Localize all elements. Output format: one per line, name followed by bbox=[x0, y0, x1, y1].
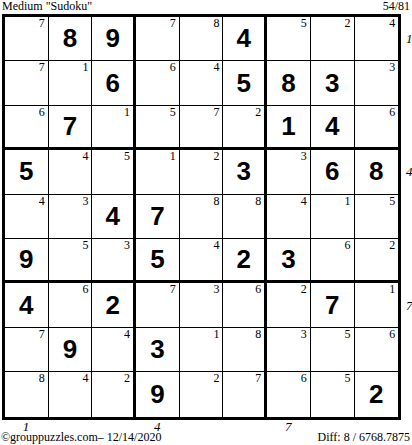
cell-r1c7[interactable]: 5 bbox=[267, 17, 311, 61]
pencil-mark: 5 bbox=[82, 239, 88, 252]
pencil-mark: 4 bbox=[213, 61, 219, 74]
pencil-mark: 7 bbox=[39, 17, 45, 30]
big-digit: 3 bbox=[267, 239, 310, 280]
row-label-7: 7 bbox=[406, 298, 412, 314]
cell-r1c6[interactable]: 4 bbox=[223, 17, 267, 61]
cell-r3c6[interactable]: 2 bbox=[223, 106, 267, 150]
cell-r2c7[interactable]: 8 bbox=[267, 61, 311, 105]
pencil-mark: 1 bbox=[170, 150, 176, 163]
cell-r5c7[interactable]: 4 bbox=[267, 195, 311, 239]
cell-r5c9[interactable]: 5 bbox=[355, 195, 399, 239]
cell-r9c4[interactable]: 9 bbox=[136, 372, 180, 416]
cell-r7c8[interactable]: 7 bbox=[311, 283, 355, 327]
sudoku-page: Medium "Sudoku" 54/81 789784524716645833… bbox=[0, 0, 412, 445]
big-digit: 9 bbox=[136, 372, 179, 416]
cell-r6c1[interactable]: 9 bbox=[5, 239, 49, 283]
pencil-mark: 4 bbox=[301, 195, 307, 208]
cell-r4c6[interactable]: 3 bbox=[223, 150, 267, 194]
cell-r6c4[interactable]: 5 bbox=[136, 239, 180, 283]
cell-r9c2[interactable]: 4 bbox=[49, 372, 93, 416]
cell-r5c1[interactable]: 4 bbox=[5, 195, 49, 239]
pencil-mark: 3 bbox=[389, 61, 395, 74]
cell-r7c6[interactable]: 6 bbox=[223, 283, 267, 327]
pencil-mark: 6 bbox=[389, 106, 395, 119]
cell-r2c4[interactable]: 6 bbox=[136, 61, 180, 105]
pencil-mark: 8 bbox=[213, 17, 219, 30]
cell-r2c6[interactable]: 5 bbox=[223, 61, 267, 105]
cell-r2c3[interactable]: 6 bbox=[92, 61, 136, 105]
pencil-mark: 2 bbox=[124, 372, 130, 385]
cell-r9c7[interactable]: 6 bbox=[267, 372, 311, 416]
copyright-text: ©grouppuzzles.com– 12/14/2020 bbox=[1, 430, 161, 445]
pencil-mark: 8 bbox=[255, 328, 261, 341]
cell-r7c2[interactable]: 6 bbox=[49, 283, 93, 327]
big-digit: 6 bbox=[92, 61, 133, 104]
big-digit: 7 bbox=[49, 106, 92, 147]
big-digit: 3 bbox=[311, 61, 354, 104]
cell-r4c4[interactable]: 1 bbox=[136, 150, 180, 194]
pencil-mark: 4 bbox=[124, 328, 130, 341]
pencil-mark: 7 bbox=[170, 283, 176, 296]
pencil-mark: 6 bbox=[170, 61, 176, 74]
cell-r4c9[interactable]: 8 bbox=[355, 150, 399, 194]
pencil-mark: 1 bbox=[345, 195, 351, 208]
pencil-mark: 5 bbox=[301, 17, 307, 30]
pencil-mark: 2 bbox=[345, 17, 351, 30]
sudoku-board: 7897845247166458336715721465451233684347… bbox=[2, 14, 401, 420]
cell-r8c7[interactable]: 3 bbox=[267, 328, 311, 372]
puzzle-title: Medium "Sudoku" bbox=[2, 0, 92, 14]
pencil-mark: 3 bbox=[301, 150, 307, 163]
cell-r3c2[interactable]: 7 bbox=[49, 106, 93, 150]
pencil-mark: 4 bbox=[82, 150, 88, 163]
cell-r6c6[interactable]: 2 bbox=[223, 239, 267, 283]
pencil-mark: 5 bbox=[345, 328, 351, 341]
big-digit: 2 bbox=[355, 372, 399, 416]
big-digit: 2 bbox=[223, 239, 264, 280]
cell-r1c8[interactable]: 2 bbox=[311, 17, 355, 61]
big-digit: 9 bbox=[49, 328, 92, 371]
pencil-mark: 7 bbox=[170, 17, 176, 30]
cell-r5c4[interactable]: 7 bbox=[136, 195, 180, 239]
cell-r6c3[interactable]: 3 bbox=[92, 239, 136, 283]
big-digit: 3 bbox=[223, 150, 264, 193]
cell-r8c4[interactable]: 3 bbox=[136, 328, 180, 372]
big-digit: 4 bbox=[311, 106, 354, 147]
cell-r8c6[interactable]: 8 bbox=[223, 328, 267, 372]
pencil-mark: 6 bbox=[255, 283, 261, 296]
cell-r9c6[interactable]: 7 bbox=[223, 372, 267, 416]
big-digit: 9 bbox=[92, 17, 133, 60]
pencil-mark: 3 bbox=[213, 283, 219, 296]
pencil-mark: 2 bbox=[389, 239, 395, 252]
cell-r7c7[interactable]: 2 bbox=[267, 283, 311, 327]
pencil-mark: 8 bbox=[213, 195, 219, 208]
cell-r8c1[interactable]: 7 bbox=[5, 328, 49, 372]
cell-r5c6[interactable]: 8 bbox=[223, 195, 267, 239]
cell-r3c1[interactable]: 6 bbox=[5, 106, 49, 150]
pencil-mark: 1 bbox=[213, 328, 219, 341]
pencil-mark: 5 bbox=[170, 106, 176, 119]
cell-r8c9[interactable]: 6 bbox=[355, 328, 399, 372]
big-digit: 4 bbox=[5, 283, 48, 326]
pencil-mark: 1 bbox=[82, 61, 88, 74]
pencil-mark: 2 bbox=[301, 283, 307, 296]
pencil-mark: 6 bbox=[82, 283, 88, 296]
pencil-mark: 1 bbox=[124, 106, 130, 119]
cell-r3c8[interactable]: 4 bbox=[311, 106, 355, 150]
big-digit: 8 bbox=[355, 150, 399, 193]
cell-r4c3[interactable]: 5 bbox=[92, 150, 136, 194]
cell-r8c2[interactable]: 9 bbox=[49, 328, 93, 372]
cell-r8c8[interactable]: 5 bbox=[311, 328, 355, 372]
big-digit: 3 bbox=[136, 328, 179, 371]
cell-r9c9[interactable]: 2 bbox=[355, 372, 399, 416]
cell-r5c8[interactable]: 1 bbox=[311, 195, 355, 239]
big-digit: 7 bbox=[136, 195, 179, 238]
cell-r2c2[interactable]: 1 bbox=[49, 61, 93, 105]
cell-r5c5[interactable]: 8 bbox=[180, 195, 224, 239]
pencil-mark: 7 bbox=[213, 106, 219, 119]
cell-r1c4[interactable]: 7 bbox=[136, 17, 180, 61]
pencil-mark: 3 bbox=[301, 328, 307, 341]
cell-r9c8[interactable]: 5 bbox=[311, 372, 355, 416]
big-digit: 8 bbox=[49, 17, 92, 60]
cell-r4c8[interactable]: 6 bbox=[311, 150, 355, 194]
pencil-mark: 7 bbox=[39, 61, 45, 74]
pencil-mark: 4 bbox=[213, 239, 219, 252]
cell-r1c2[interactable]: 8 bbox=[49, 17, 93, 61]
cell-r4c7[interactable]: 3 bbox=[267, 150, 311, 194]
pencil-mark: 2 bbox=[213, 150, 219, 163]
cell-r2c1[interactable]: 7 bbox=[5, 61, 49, 105]
big-digit: 9 bbox=[5, 239, 48, 280]
big-digit: 5 bbox=[136, 239, 179, 280]
cell-r7c5[interactable]: 3 bbox=[180, 283, 224, 327]
cell-r3c9[interactable]: 6 bbox=[355, 106, 399, 150]
cell-r6c8[interactable]: 6 bbox=[311, 239, 355, 283]
big-digit: 4 bbox=[92, 195, 133, 238]
pencil-mark: 8 bbox=[39, 372, 45, 385]
pencil-mark: 3 bbox=[124, 239, 130, 252]
cell-r7c3[interactable]: 2 bbox=[92, 283, 136, 327]
cell-r4c5[interactable]: 2 bbox=[180, 150, 224, 194]
cell-r6c9[interactable]: 2 bbox=[355, 239, 399, 283]
cell-r3c3[interactable]: 1 bbox=[92, 106, 136, 150]
cell-r2c9[interactable]: 3 bbox=[355, 61, 399, 105]
cell-r3c7[interactable]: 1 bbox=[267, 106, 311, 150]
pencil-mark: 5 bbox=[124, 150, 130, 163]
cell-r3c4[interactable]: 5 bbox=[136, 106, 180, 150]
cell-r2c5[interactable]: 4 bbox=[180, 61, 224, 105]
row-label-1: 1 bbox=[406, 31, 412, 47]
cell-r9c3[interactable]: 2 bbox=[92, 372, 136, 416]
pencil-mark: 2 bbox=[255, 106, 261, 119]
cell-r7c4[interactable]: 7 bbox=[136, 283, 180, 327]
cell-r5c2[interactable]: 3 bbox=[49, 195, 93, 239]
cell-r9c1[interactable]: 8 bbox=[5, 372, 49, 416]
big-digit: 2 bbox=[92, 283, 133, 326]
cell-r1c5[interactable]: 8 bbox=[180, 17, 224, 61]
pencil-mark: 5 bbox=[345, 372, 351, 385]
cell-r6c7[interactable]: 3 bbox=[267, 239, 311, 283]
cell-r8c5[interactable]: 1 bbox=[180, 328, 224, 372]
pencil-mark: 8 bbox=[255, 195, 261, 208]
cell-r4c1[interactable]: 5 bbox=[5, 150, 49, 194]
big-digit: 5 bbox=[223, 61, 264, 104]
pencil-mark: 2 bbox=[213, 372, 219, 385]
pencil-mark: 6 bbox=[345, 239, 351, 252]
cell-r3c5[interactable]: 7 bbox=[180, 106, 224, 150]
cell-r1c9[interactable]: 4 bbox=[355, 17, 399, 61]
pencil-mark: 1 bbox=[389, 283, 395, 296]
pencil-mark: 4 bbox=[82, 372, 88, 385]
cell-r9c5[interactable]: 2 bbox=[180, 372, 224, 416]
cell-r8c3[interactable]: 4 bbox=[92, 328, 136, 372]
big-digit: 8 bbox=[267, 61, 310, 104]
big-digit: 4 bbox=[223, 17, 264, 60]
pencil-mark: 3 bbox=[82, 195, 88, 208]
big-digit: 1 bbox=[267, 106, 310, 147]
pencil-mark: 5 bbox=[389, 195, 395, 208]
cell-r6c5[interactable]: 4 bbox=[180, 239, 224, 283]
pencil-mark: 7 bbox=[255, 372, 261, 385]
pencil-mark: 6 bbox=[39, 106, 45, 119]
big-digit: 6 bbox=[311, 150, 354, 193]
pencil-mark: 6 bbox=[389, 328, 395, 341]
row-label-4: 4 bbox=[406, 164, 412, 180]
cell-r2c8[interactable]: 3 bbox=[311, 61, 355, 105]
cell-r7c1[interactable]: 4 bbox=[5, 283, 49, 327]
difficulty-text: Diff: 8 / 6768.7875 bbox=[318, 430, 410, 445]
cell-r6c2[interactable]: 5 bbox=[49, 239, 93, 283]
pencil-mark: 7 bbox=[39, 328, 45, 341]
cell-r7c9[interactable]: 1 bbox=[355, 283, 399, 327]
cell-r4c2[interactable]: 4 bbox=[49, 150, 93, 194]
big-digit: 7 bbox=[311, 283, 354, 326]
progress-counter: 54/81 bbox=[383, 0, 410, 14]
pencil-mark: 4 bbox=[389, 17, 395, 30]
pencil-mark: 4 bbox=[39, 195, 45, 208]
col-label-7: 7 bbox=[285, 419, 292, 435]
cell-r5c3[interactable]: 4 bbox=[92, 195, 136, 239]
cell-r1c3[interactable]: 9 bbox=[92, 17, 136, 61]
pencil-mark: 6 bbox=[301, 372, 307, 385]
cell-r1c1[interactable]: 7 bbox=[5, 17, 49, 61]
big-digit: 5 bbox=[5, 150, 48, 193]
